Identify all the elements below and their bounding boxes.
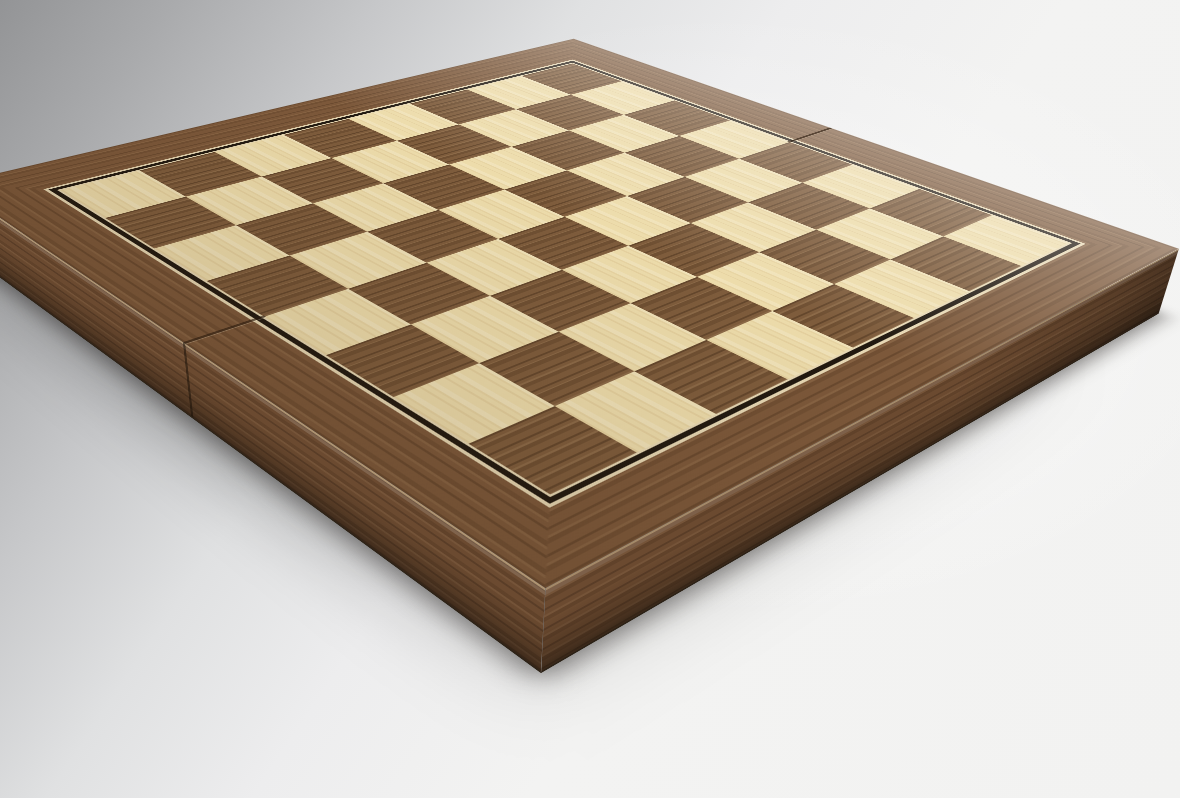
perspective-scene — [0, 0, 1180, 798]
square-r7c8 — [554, 371, 715, 452]
square-r4c8 — [772, 283, 913, 346]
fold-seam-near — [182, 315, 265, 343]
square-r8c2 — [105, 196, 236, 248]
square-r5c6 — [561, 245, 697, 303]
square-r2c8 — [890, 236, 1021, 291]
square-r4c6 — [628, 223, 759, 277]
square-r8c5 — [263, 288, 410, 355]
square-r7c3 — [236, 203, 367, 255]
square-r3c8 — [833, 259, 969, 318]
square-r7c5 — [348, 262, 489, 324]
square-r8c8 — [467, 405, 636, 494]
square-r6c6 — [489, 269, 630, 331]
fold-seam-side — [182, 342, 192, 417]
square-r6c7 — [558, 303, 705, 371]
camera-tilt-wrapper — [0, 0, 1180, 798]
square-r3c7 — [759, 229, 890, 283]
square-r5c7 — [630, 276, 771, 339]
square-r8c4 — [206, 255, 347, 316]
square-r7c7 — [479, 331, 633, 405]
square-r6c5 — [425, 238, 561, 295]
square-r5c8 — [705, 310, 852, 379]
square-r8c6 — [325, 324, 479, 397]
square-r6c8 — [633, 339, 787, 413]
chessboard — [0, 38, 1178, 587]
square-r8c3 — [154, 224, 290, 280]
square-r8c7 — [393, 363, 554, 443]
square-r5c5 — [497, 216, 628, 269]
square-r6c4 — [366, 209, 497, 262]
square-r7c6 — [411, 295, 558, 362]
square-r7c4 — [289, 231, 425, 288]
board-top-face — [0, 38, 1178, 587]
square-r4c7 — [697, 252, 833, 310]
photo-backdrop — [0, 0, 1180, 798]
